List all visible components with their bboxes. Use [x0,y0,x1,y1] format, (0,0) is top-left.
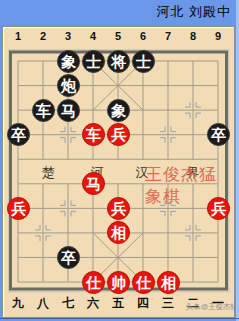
file-number-top-1: 1 [8,30,28,42]
file-number-top-2: 2 [33,30,53,42]
piece-black-5-2[interactable]: 象 [107,99,130,122]
file-number-bottom-1: 九 [8,295,28,312]
file-number-bottom-5: 五 [108,295,128,312]
file-number-bottom-7: 三 [158,295,178,312]
piece-black-1-3[interactable]: 卒 [7,123,30,146]
piece-red-5-3[interactable]: 兵 [107,123,130,146]
piece-black-9-3[interactable]: 卒 [207,123,230,146]
river-label-3: 汉 [134,164,150,182]
window-right-edge [236,0,239,321]
piece-red-5-9[interactable]: 帅 [107,271,130,294]
piece-black-3-1[interactable]: 炮 [57,74,80,97]
file-number-bottom-2: 八 [33,295,53,312]
screenshot-root: 河北 刘殿中 123456789 楚河汉界 象士将士炮车马象卒车兵卒马兵兵兵相卒… [0,0,239,321]
river-label-4: 界 [185,164,201,182]
file-number-top-7: 7 [158,30,178,42]
file-number-bottom-3: 七 [58,295,78,312]
file-number-bottom-9: 一 [208,295,228,312]
piece-black-4-0[interactable]: 士 [82,50,105,73]
piece-black-3-0[interactable]: 象 [57,50,80,73]
file-number-bottom-6: 四 [133,295,153,312]
river-label-1: 楚 [40,164,56,182]
file-number-top-8: 8 [183,30,203,42]
piece-red-5-7[interactable]: 相 [107,221,130,244]
piece-red-7-9[interactable]: 相 [157,271,180,294]
file-number-top-5: 5 [108,30,128,42]
piece-red-4-5[interactable]: 马 [82,172,105,195]
file-number-top-4: 4 [83,30,103,42]
piece-red-4-9[interactable]: 仕 [82,271,105,294]
file-number-top-9: 9 [208,30,228,42]
piece-red-5-6[interactable]: 兵 [107,197,130,220]
piece-black-2-2[interactable]: 车 [32,99,55,122]
window-bottom-edge [0,318,239,319]
piece-red-1-6[interactable]: 兵 [7,197,30,220]
piece-black-3-8[interactable]: 卒 [57,246,80,269]
piece-red-6-9[interactable]: 仕 [132,271,155,294]
file-number-bottom-4: 六 [83,295,103,312]
file-number-top-3: 3 [58,30,78,42]
piece-black-6-0[interactable]: 士 [132,50,155,73]
file-number-bottom-8: 二 [183,295,203,312]
piece-red-4-3[interactable]: 车 [82,123,105,146]
piece-black-5-0[interactable]: 将 [107,50,130,73]
piece-black-3-2[interactable]: 马 [57,99,80,122]
file-number-top-6: 6 [133,30,153,42]
piece-red-9-6[interactable]: 兵 [207,197,230,220]
